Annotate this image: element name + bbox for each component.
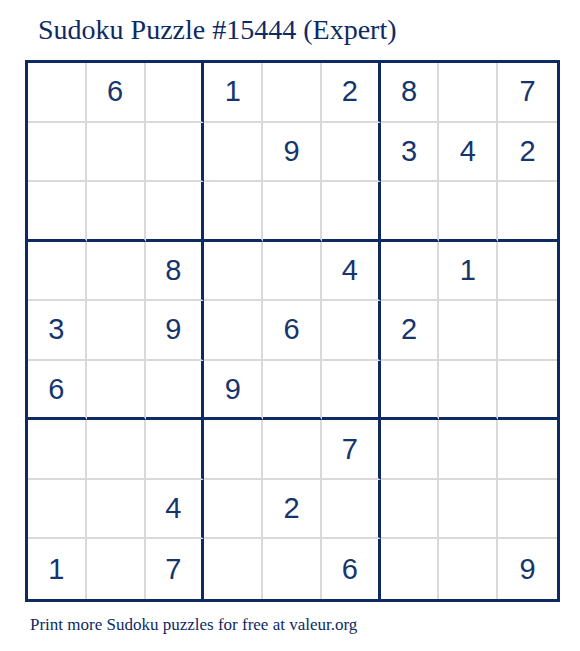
sudoku-cell-r8c5: 2 [263,480,322,540]
sudoku-cell-r6c8 [439,361,498,421]
sudoku-cell-r3c9 [498,182,557,242]
sudoku-cell-r9c2 [87,539,146,599]
sudoku-cell-r7c9 [498,420,557,480]
sudoku-cell-r9c9: 9 [498,539,557,599]
sudoku-cell-r3c2 [87,182,146,242]
sudoku-cell-r3c3 [146,182,205,242]
sudoku-cell-r2c9: 2 [498,123,557,183]
sudoku-cell-r1c1 [28,63,87,123]
sudoku-cell-r2c4 [204,123,263,183]
sudoku-cell-r8c8 [439,480,498,540]
sudoku-cell-r9c5 [263,539,322,599]
sudoku-cell-r2c1 [28,123,87,183]
sudoku-cell-r5c4 [204,301,263,361]
sudoku-cell-r9c8 [439,539,498,599]
sudoku-cell-r4c1 [28,242,87,302]
sudoku-cell-r8c2 [87,480,146,540]
sudoku-cell-r6c7 [381,361,440,421]
sudoku-cell-r7c7 [381,420,440,480]
sudoku-cell-r2c5: 9 [263,123,322,183]
sudoku-cell-r1c3 [146,63,205,123]
sudoku-cell-r5c8 [439,301,498,361]
sudoku-page: Sudoku Puzzle #15444 (Expert) 6128793428… [0,0,580,651]
sudoku-cell-r2c3 [146,123,205,183]
sudoku-cell-r4c3: 8 [146,242,205,302]
sudoku-cell-r1c9: 7 [498,63,557,123]
sudoku-cell-r6c6 [322,361,381,421]
sudoku-cell-r2c6 [322,123,381,183]
sudoku-cell-r4c9 [498,242,557,302]
page-title: Sudoku Puzzle #15444 (Expert) [38,14,397,46]
sudoku-cell-r4c6: 4 [322,242,381,302]
sudoku-cell-r2c2 [87,123,146,183]
sudoku-cell-r8c6 [322,480,381,540]
sudoku-cell-r7c2 [87,420,146,480]
sudoku-cell-r6c5 [263,361,322,421]
sudoku-cell-r5c6 [322,301,381,361]
sudoku-cell-r1c4: 1 [204,63,263,123]
sudoku-cell-r6c1: 6 [28,361,87,421]
sudoku-board: 6128793428413962697421769 [25,60,560,602]
sudoku-cell-r2c8: 4 [439,123,498,183]
sudoku-cell-r5c9 [498,301,557,361]
sudoku-cell-r3c6 [322,182,381,242]
sudoku-cell-r2c7: 3 [381,123,440,183]
sudoku-cell-r6c3 [146,361,205,421]
sudoku-cell-r4c7 [381,242,440,302]
sudoku-cell-r4c4 [204,242,263,302]
sudoku-cell-r4c2 [87,242,146,302]
sudoku-cell-r5c5: 6 [263,301,322,361]
sudoku-cell-r5c7: 2 [381,301,440,361]
sudoku-cell-r6c2 [87,361,146,421]
footer-text: Print more Sudoku puzzles for free at va… [30,615,357,635]
sudoku-cell-r1c5 [263,63,322,123]
sudoku-cell-r1c6: 2 [322,63,381,123]
sudoku-cell-r6c4: 9 [204,361,263,421]
sudoku-cell-r7c5 [263,420,322,480]
sudoku-cell-r3c8 [439,182,498,242]
sudoku-cell-r7c3 [146,420,205,480]
sudoku-cell-r6c9 [498,361,557,421]
sudoku-cell-r9c1: 1 [28,539,87,599]
sudoku-cell-r1c8 [439,63,498,123]
sudoku-cell-r7c6: 7 [322,420,381,480]
sudoku-cell-r7c1 [28,420,87,480]
sudoku-cell-r8c9 [498,480,557,540]
sudoku-cell-r5c3: 9 [146,301,205,361]
sudoku-cell-r1c2: 6 [87,63,146,123]
sudoku-cell-r8c3: 4 [146,480,205,540]
sudoku-cell-r1c7: 8 [381,63,440,123]
sudoku-cell-r3c7 [381,182,440,242]
sudoku-cell-r4c5 [263,242,322,302]
sudoku-cell-r9c7 [381,539,440,599]
sudoku-cell-r5c1: 3 [28,301,87,361]
sudoku-cell-r3c4 [204,182,263,242]
sudoku-cell-r4c8: 1 [439,242,498,302]
sudoku-cell-r7c4 [204,420,263,480]
sudoku-cell-r9c3: 7 [146,539,205,599]
sudoku-cell-r3c1 [28,182,87,242]
sudoku-cell-r7c8 [439,420,498,480]
sudoku-cell-r9c4 [204,539,263,599]
sudoku-cell-r8c1 [28,480,87,540]
sudoku-cell-r3c5 [263,182,322,242]
sudoku-cell-r8c4 [204,480,263,540]
sudoku-cell-r8c7 [381,480,440,540]
sudoku-cell-r9c6: 6 [322,539,381,599]
sudoku-cell-r5c2 [87,301,146,361]
